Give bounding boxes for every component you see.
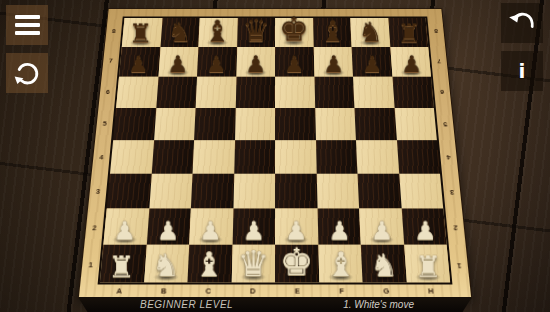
file-label: B xyxy=(141,287,186,294)
square-a5[interactable] xyxy=(113,108,156,140)
square-d6[interactable] xyxy=(235,77,275,108)
file-labels-bottom: ABCDEFGH xyxy=(79,284,471,297)
rank-label: 6 xyxy=(433,76,452,107)
square-c6[interactable] xyxy=(196,77,236,108)
piece-black-queen[interactable]: ♛ xyxy=(242,15,270,46)
rank-label: 4 xyxy=(439,140,458,174)
square-g7[interactable]: ♟ xyxy=(352,47,392,77)
square-h3[interactable] xyxy=(399,174,443,209)
square-b3[interactable] xyxy=(149,174,193,209)
file-label: C xyxy=(186,287,231,294)
square-h6[interactable] xyxy=(392,77,434,108)
square-g2[interactable]: ♟ xyxy=(359,208,404,244)
info-icon: i xyxy=(519,59,526,83)
square-a6[interactable] xyxy=(116,77,158,108)
piece-black-rook[interactable]: ♜ xyxy=(398,21,421,47)
piece-black-pawn[interactable]: ♟ xyxy=(245,53,266,76)
piece-black-knight[interactable]: ♞ xyxy=(358,19,383,46)
file-label: A xyxy=(97,287,142,294)
hamburger-menu-icon xyxy=(15,15,40,35)
square-a1[interactable]: ♜ xyxy=(100,245,146,283)
piece-white-queen[interactable]: ♛ xyxy=(237,246,269,282)
square-f4[interactable] xyxy=(315,140,357,173)
square-e6[interactable] xyxy=(275,77,315,108)
piece-white-pawn[interactable]: ♟ xyxy=(156,218,179,243)
piece-white-bishop[interactable]: ♝ xyxy=(194,248,224,281)
square-g4[interactable] xyxy=(356,140,399,173)
square-f1[interactable]: ♝ xyxy=(318,245,363,283)
rotate-board-button[interactable] xyxy=(6,53,48,93)
square-h7[interactable]: ♟ xyxy=(390,47,431,77)
square-e5[interactable] xyxy=(275,108,315,140)
status-bar: BEGINNER LEVEL 1. White's move xyxy=(78,297,472,312)
piece-white-king[interactable]: ♚ xyxy=(280,244,314,282)
piece-white-pawn[interactable]: ♟ xyxy=(199,218,222,243)
info-button[interactable]: i xyxy=(501,51,543,91)
square-e2[interactable]: ♟ xyxy=(275,208,318,244)
piece-black-pawn[interactable]: ♟ xyxy=(401,53,422,76)
square-d8[interactable]: ♛ xyxy=(237,18,275,47)
square-d5[interactable] xyxy=(235,108,275,140)
menu-button[interactable] xyxy=(6,5,48,45)
undo-button[interactable] xyxy=(501,3,543,43)
piece-black-rook[interactable]: ♜ xyxy=(130,21,153,47)
square-d7[interactable]: ♟ xyxy=(236,47,275,77)
rotate-ccw-icon xyxy=(13,59,41,87)
square-f6[interactable] xyxy=(314,77,354,108)
piece-black-king[interactable]: ♚ xyxy=(279,13,309,46)
square-h5[interactable] xyxy=(394,108,437,140)
square-f7[interactable]: ♟ xyxy=(313,47,353,77)
square-c7[interactable]: ♟ xyxy=(197,47,237,77)
piece-black-pawn[interactable]: ♟ xyxy=(167,53,188,76)
board-frame: 87654321 ♜♞♝♛♚♝♞♜♟♟♟♟♟♟♟♟♟♟♟♟♟♟♟♟♜♞♝♛♚♝♞… xyxy=(78,8,473,298)
rank-label: 7 xyxy=(430,46,448,76)
undo-arrow-icon xyxy=(507,9,537,37)
square-g5[interactable] xyxy=(354,108,396,140)
move-indicator: 1. White's move xyxy=(343,299,414,310)
square-e1[interactable]: ♚ xyxy=(275,245,319,283)
file-label: G xyxy=(364,287,409,294)
square-g1[interactable]: ♞ xyxy=(361,245,407,283)
piece-black-bishop[interactable]: ♝ xyxy=(204,17,230,46)
square-c2[interactable]: ♟ xyxy=(189,208,233,244)
square-c4[interactable] xyxy=(193,140,235,173)
square-d1[interactable]: ♛ xyxy=(231,245,275,283)
file-label: E xyxy=(275,287,320,294)
square-e3[interactable] xyxy=(275,174,317,209)
square-c8[interactable]: ♝ xyxy=(198,18,237,47)
square-f5[interactable] xyxy=(315,108,356,140)
square-b1[interactable]: ♞ xyxy=(144,245,190,283)
square-g8[interactable]: ♞ xyxy=(350,18,390,47)
board-squares[interactable]: ♜♞♝♛♚♝♞♜♟♟♟♟♟♟♟♟♟♟♟♟♟♟♟♟♜♞♝♛♚♝♞♜ xyxy=(98,16,453,284)
square-g6[interactable] xyxy=(353,77,394,108)
square-c5[interactable] xyxy=(194,108,235,140)
piece-black-pawn[interactable]: ♟ xyxy=(128,53,149,76)
square-f2[interactable]: ♟ xyxy=(317,208,361,244)
piece-black-knight[interactable]: ♞ xyxy=(167,19,192,46)
file-label: D xyxy=(230,287,275,294)
square-d4[interactable] xyxy=(234,140,275,173)
square-a4[interactable] xyxy=(110,140,154,173)
piece-white-rook[interactable]: ♜ xyxy=(109,252,135,281)
piece-black-pawn[interactable]: ♟ xyxy=(284,53,305,76)
rank-label: 8 xyxy=(427,16,445,45)
piece-white-bishop[interactable]: ♝ xyxy=(326,248,356,281)
piece-black-pawn[interactable]: ♟ xyxy=(362,53,383,76)
square-d2[interactable]: ♟ xyxy=(232,208,275,244)
square-g3[interactable] xyxy=(357,174,401,209)
square-e8[interactable]: ♚ xyxy=(275,18,313,47)
chess-board-scene: 87654321 ♜♞♝♛♚♝♞♜♟♟♟♟♟♟♟♟♟♟♟♟♟♟♟♟♜♞♝♛♚♝♞… xyxy=(78,8,473,298)
file-label: F xyxy=(319,287,364,294)
piece-black-pawn[interactable]: ♟ xyxy=(206,53,227,76)
square-e4[interactable] xyxy=(275,140,316,173)
difficulty-level-label: BEGINNER LEVEL xyxy=(140,299,233,310)
rank-label: 2 xyxy=(445,209,465,246)
square-a8[interactable]: ♜ xyxy=(122,18,162,47)
rank-label: 3 xyxy=(442,174,462,209)
square-h4[interactable] xyxy=(396,140,440,173)
square-b2[interactable]: ♟ xyxy=(146,208,191,244)
square-d3[interactable] xyxy=(233,174,275,209)
square-c3[interactable] xyxy=(191,174,234,209)
square-a2[interactable]: ♟ xyxy=(103,208,148,244)
square-a7[interactable]: ♟ xyxy=(119,47,160,77)
piece-white-pawn[interactable]: ♟ xyxy=(114,218,137,243)
piece-white-pawn[interactable]: ♟ xyxy=(328,218,351,243)
square-b5[interactable] xyxy=(154,108,196,140)
square-b8[interactable]: ♞ xyxy=(160,18,200,47)
square-b6[interactable] xyxy=(156,77,197,108)
piece-white-pawn[interactable]: ♟ xyxy=(242,218,265,243)
square-h2[interactable]: ♟ xyxy=(401,208,446,244)
piece-white-knight[interactable]: ♞ xyxy=(152,250,180,281)
square-f3[interactable] xyxy=(316,174,359,209)
square-a3[interactable] xyxy=(107,174,151,209)
piece-black-bishop[interactable]: ♝ xyxy=(319,17,345,46)
file-label: H xyxy=(408,287,453,294)
square-b7[interactable]: ♟ xyxy=(158,47,198,77)
square-h8[interactable]: ♜ xyxy=(388,18,428,47)
square-h1[interactable]: ♜ xyxy=(404,245,450,283)
piece-black-pawn[interactable]: ♟ xyxy=(323,53,344,76)
square-e7[interactable]: ♟ xyxy=(275,47,314,77)
rank-label: 5 xyxy=(436,108,455,141)
piece-white-pawn[interactable]: ♟ xyxy=(371,218,394,243)
square-f8[interactable]: ♝ xyxy=(313,18,352,47)
piece-white-knight[interactable]: ♞ xyxy=(370,250,398,281)
square-b4[interactable] xyxy=(151,140,194,173)
piece-white-rook[interactable]: ♜ xyxy=(415,252,441,281)
square-c1[interactable]: ♝ xyxy=(187,245,232,283)
piece-white-pawn[interactable]: ♟ xyxy=(414,218,437,243)
